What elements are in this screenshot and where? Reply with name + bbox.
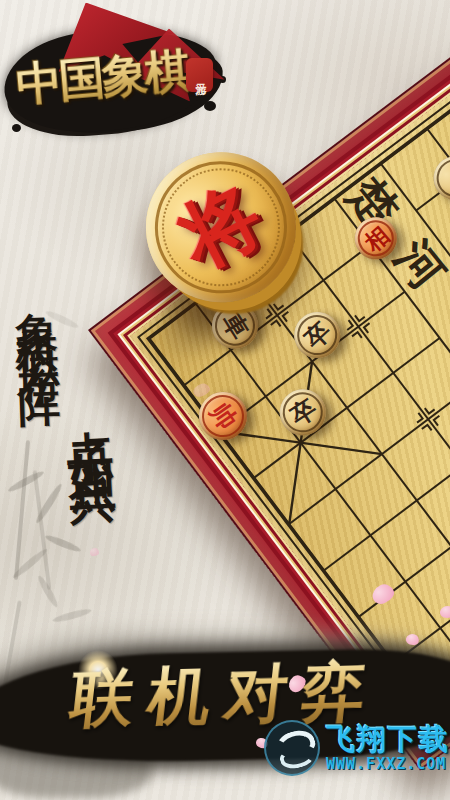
bird-logo-icon xyxy=(264,720,320,776)
calligraphy-line-2: 点子如点兵 xyxy=(57,391,123,449)
publisher-seal: 元游 xyxy=(186,58,213,92)
watermark-url: WWW.FXXZ.COM xyxy=(326,757,450,772)
watermark-name: 飞翔下载 xyxy=(326,725,450,754)
petal-icon xyxy=(90,548,99,556)
game-logo: 中国象棋 元游 xyxy=(4,6,244,146)
watermark-link[interactable]: 飞翔下载 WWW.FXXZ.COM xyxy=(264,720,450,776)
promo-screen: 楚 河 汉 界 車 卒 卒 帅 相 xyxy=(0,0,450,800)
calligraphy-line-1: 象棋似布阵 xyxy=(6,277,65,369)
seal-text: 元游 xyxy=(192,74,207,76)
